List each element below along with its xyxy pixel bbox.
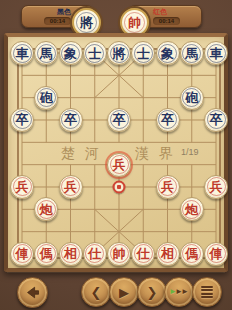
piece-red-兵[interactable]: 兵 xyxy=(204,175,228,199)
timer-red: 00:14 xyxy=(153,17,180,25)
piece-red-仕[interactable]: 仕 xyxy=(83,242,107,266)
piece-glyph: 車 xyxy=(16,47,29,60)
play-icon: ▶ xyxy=(119,286,129,299)
piece-red-炮[interactable]: 炮 xyxy=(34,197,58,221)
piece-red-兵[interactable]: 兵 xyxy=(107,153,131,177)
player-info-black: 黑色 00:14 xyxy=(44,8,71,25)
piece-black-象[interactable]: 象 xyxy=(59,41,83,65)
piece-glyph: 卒 xyxy=(210,113,223,126)
piece-black-將[interactable]: 將 xyxy=(107,41,131,65)
timer-black-value: 00:14 xyxy=(50,18,65,24)
piece-glyph: 傌 xyxy=(185,247,198,260)
piece-glyph: 卒 xyxy=(161,113,174,126)
piece-glyph: 炮 xyxy=(185,203,198,216)
piece-red-兵[interactable]: 兵 xyxy=(59,175,83,199)
piece-black-士[interactable]: 士 xyxy=(83,41,107,65)
piece-glyph: 傌 xyxy=(40,247,53,260)
piece-glyph: 象 xyxy=(161,47,174,60)
piece-glyph: 相 xyxy=(64,247,77,260)
piece-black-卒[interactable]: 卒 xyxy=(59,108,83,132)
piece-glyph: 馬 xyxy=(40,47,53,60)
fast-forward-button[interactable]: ►►► xyxy=(164,277,194,307)
timer-black: 00:14 xyxy=(44,17,71,25)
player-panel-red: 帥 红色 00:14 xyxy=(128,5,202,28)
piece-glyph: 兵 xyxy=(210,180,223,193)
timer-red-value: 00:14 xyxy=(159,18,174,24)
piece-glyph: 兵 xyxy=(64,180,77,193)
menu-button[interactable] xyxy=(192,277,222,307)
triple-arrow-icon: ►►► xyxy=(170,288,188,296)
piece-black-卒[interactable]: 卒 xyxy=(156,108,180,132)
piece-glyph: 炮 xyxy=(40,203,53,216)
piece-red-俥[interactable]: 俥 xyxy=(204,242,228,266)
piece-red-仕[interactable]: 仕 xyxy=(131,242,155,266)
step-back-button[interactable]: ❮ xyxy=(81,277,111,307)
piece-red-傌[interactable]: 傌 xyxy=(180,242,204,266)
player-name-red: 红色 xyxy=(153,8,167,16)
exit-button[interactable] xyxy=(17,277,48,308)
piece-glyph: 將 xyxy=(113,47,126,60)
piece-glyph: 車 xyxy=(210,47,223,60)
piece-red-炮[interactable]: 炮 xyxy=(180,197,204,221)
piece-glyph: 馬 xyxy=(185,47,198,60)
play-button[interactable]: ▶ xyxy=(109,277,139,307)
step-forward-button[interactable]: ❯ xyxy=(137,277,167,307)
piece-black-車[interactable]: 車 xyxy=(10,41,34,65)
piece-black-砲[interactable]: 砲 xyxy=(180,86,204,110)
piece-black-車[interactable]: 車 xyxy=(204,41,228,65)
player-info-red: 红色 00:14 xyxy=(153,8,180,25)
piece-glyph: 仕 xyxy=(88,247,101,260)
piece-glyph: 兵 xyxy=(113,158,126,171)
board-surface: 楚河 漢界 1/19 車馬象士將士象馬車砲砲卒卒卒卒卒兵兵兵兵兵炮炮俥傌相仕帥仕… xyxy=(8,37,224,268)
piece-glyph: 兵 xyxy=(16,180,29,193)
piece-glyph: 砲 xyxy=(40,91,53,104)
piece-black-馬[interactable]: 馬 xyxy=(180,41,204,65)
piece-glyph: 俥 xyxy=(210,247,223,260)
player-panel-black: 黑色 00:14 將 xyxy=(21,5,94,28)
piece-glyph: 帥 xyxy=(113,247,126,260)
piece-red-傌[interactable]: 傌 xyxy=(34,242,58,266)
piece-glyph: 俥 xyxy=(16,247,29,260)
piece-red-帥[interactable]: 帥 xyxy=(107,242,131,266)
piece-black-卒[interactable]: 卒 xyxy=(107,108,131,132)
piece-black-馬[interactable]: 馬 xyxy=(34,41,58,65)
piece-glyph: 卒 xyxy=(16,113,29,126)
player-name-black: 黑色 xyxy=(57,8,71,16)
black-general-glyph: 將 xyxy=(80,16,93,29)
piece-red-兵[interactable]: 兵 xyxy=(156,175,180,199)
return-arrow-icon xyxy=(24,284,41,301)
piece-black-卒[interactable]: 卒 xyxy=(10,108,34,132)
chevron-left-icon: ❮ xyxy=(91,286,102,299)
piece-glyph: 兵 xyxy=(161,180,174,193)
piece-glyph: 卒 xyxy=(113,113,126,126)
menu-lines-icon xyxy=(201,286,213,298)
piece-black-砲[interactable]: 砲 xyxy=(34,86,58,110)
piece-black-象[interactable]: 象 xyxy=(156,41,180,65)
piece-glyph: 砲 xyxy=(185,91,198,104)
piece-glyph: 卒 xyxy=(64,113,77,126)
piece-red-兵[interactable]: 兵 xyxy=(10,175,34,199)
board-frame: 楚河 漢界 1/19 車馬象士將士象馬車砲砲卒卒卒卒卒兵兵兵兵兵炮炮俥傌相仕帥仕… xyxy=(4,33,228,272)
xiangqi-game-screen: 黑色 00:14 將 帥 红色 00:14 楚河 漢界 1/19 xyxy=(0,0,232,310)
piece-red-相[interactable]: 相 xyxy=(156,242,180,266)
piece-glyph: 相 xyxy=(161,247,174,260)
chevron-right-icon: ❯ xyxy=(147,286,158,299)
piece-black-卒[interactable]: 卒 xyxy=(204,108,228,132)
piece-glyph: 象 xyxy=(64,47,77,60)
piece-red-俥[interactable]: 俥 xyxy=(10,242,34,266)
red-general-glyph: 帥 xyxy=(128,16,141,29)
piece-red-相[interactable]: 相 xyxy=(59,242,83,266)
piece-glyph: 仕 xyxy=(137,247,150,260)
piece-glyph: 士 xyxy=(88,47,101,60)
board-grid[interactable]: 車馬象士將士象馬車砲砲卒卒卒卒卒兵兵兵兵兵炮炮俥傌相仕帥仕相傌俥 xyxy=(10,42,228,265)
piece-black-士[interactable]: 士 xyxy=(131,41,155,65)
piece-glyph: 士 xyxy=(137,47,150,60)
